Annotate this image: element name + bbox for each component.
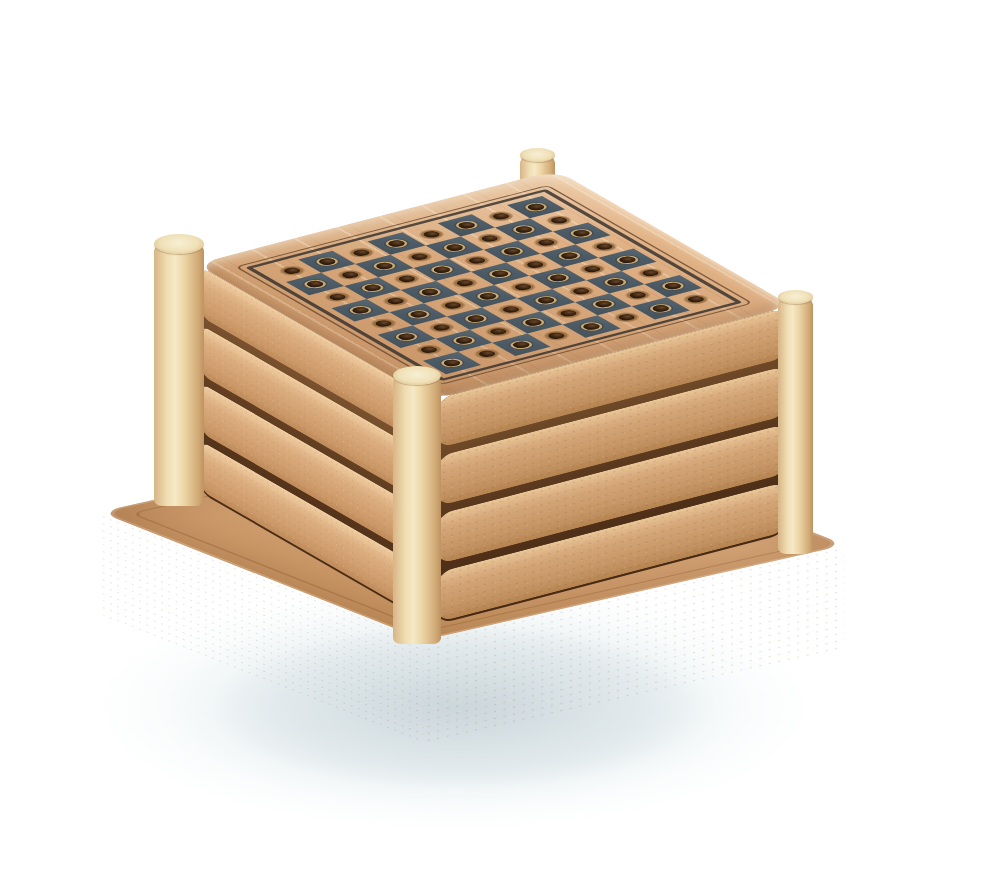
peg-hole: [615, 313, 637, 322]
peg-hole: [513, 225, 535, 234]
peg-hole: [349, 306, 371, 315]
peg-hole: [559, 251, 581, 260]
peg-hole: [592, 300, 614, 309]
peg-hole: [512, 283, 534, 292]
peg-hole: [442, 301, 464, 310]
peg-hole: [408, 252, 430, 261]
peg-hole: [569, 287, 591, 296]
peg-hole: [454, 279, 476, 288]
peg-hole: [524, 260, 546, 269]
scene: [0, 0, 1000, 877]
peg-hole: [373, 261, 395, 270]
corner-peg-left: [154, 240, 204, 506]
peg-hole: [396, 275, 418, 284]
peg-hole: [407, 310, 429, 319]
peg-hole: [441, 359, 463, 368]
peg-hole: [431, 265, 453, 274]
peg-hole: [489, 270, 511, 279]
peg-hole: [571, 229, 593, 238]
peg-hole: [338, 271, 360, 280]
peg-hole: [501, 247, 523, 256]
peg-hole: [525, 203, 547, 212]
corner-peg-front: [393, 372, 441, 644]
peg-hole: [476, 350, 498, 359]
peg-hole: [639, 269, 661, 278]
peg-hole: [662, 282, 684, 291]
peg-hole: [478, 234, 500, 243]
peg-hole: [650, 304, 672, 313]
peg-hole: [490, 212, 512, 221]
peg-hole: [580, 322, 602, 331]
peg-hole: [443, 243, 465, 252]
peg-hole: [627, 291, 649, 300]
peg-hole: [477, 292, 499, 301]
peg-hole: [500, 305, 522, 314]
peg-hole: [395, 332, 417, 341]
peg-hole: [372, 319, 394, 328]
peg-hole: [488, 327, 510, 336]
peg-hole: [420, 230, 442, 239]
peg-hole: [350, 248, 372, 257]
coaster-stack: [0, 0, 1000, 877]
peg-hole: [557, 309, 579, 318]
peg-hole: [453, 336, 475, 345]
peg-hole: [466, 256, 488, 265]
peg-hole: [384, 297, 406, 306]
peg-hole: [511, 340, 533, 349]
peg-hole: [604, 278, 626, 287]
peg-hole: [385, 239, 407, 248]
corner-peg-right: [778, 294, 813, 554]
peg-hole: [326, 293, 348, 302]
peg-hole: [361, 284, 383, 293]
peg-hole: [616, 255, 638, 264]
peg-hole: [581, 265, 603, 274]
peg-hole: [535, 296, 557, 305]
peg-hole: [465, 314, 487, 323]
peg-hole: [523, 318, 545, 327]
peg-hole: [455, 221, 477, 230]
peg-hole: [548, 216, 570, 225]
peg-hole: [304, 280, 326, 289]
peg-hole: [685, 295, 707, 304]
peg-hole: [547, 274, 569, 283]
peg-hole: [545, 331, 567, 340]
peg-hole: [316, 257, 338, 266]
peg-hole: [419, 288, 441, 297]
peg-hole: [281, 266, 303, 275]
peg-hole: [430, 323, 452, 332]
peg-hole: [593, 242, 615, 251]
peg-hole: [418, 345, 440, 354]
peg-hole: [536, 238, 558, 247]
